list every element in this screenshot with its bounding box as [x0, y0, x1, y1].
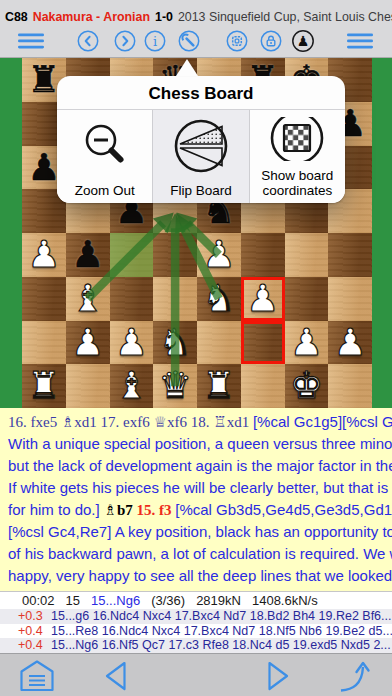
piece-white-pawn-a4[interactable]: ♟ [22, 233, 66, 277]
branch-jump-icon[interactable] [335, 657, 373, 695]
board-area: ♜♛♜♚♝♝♟♟♟♟♟♞♟♞♟♟♟♝♞♟♟♟♞♟♟♜♝♛♜♚ Chess Boa… [0, 58, 392, 408]
annotation-text: If white gets his pieces he will be clea… [8, 479, 392, 496]
game-move[interactable]: ♗b7 [100, 502, 137, 518]
piece-white-pawn-e4[interactable]: ♟ [197, 233, 241, 277]
piece-white-king-g1[interactable]: ♚ [285, 364, 329, 408]
annotation-text: but the lack of development again is the… [8, 457, 392, 474]
annotation-text: A key position, black has an opportunity… [111, 523, 392, 540]
engine-moves: 15...Re8 16.Ndc4 Nxc4 17.Bxc4 Nd7 18.Nf5… [51, 624, 392, 638]
piece-white-bishop-b3[interactable]: ♝ [66, 277, 110, 321]
notation-line-9: the commentary; with no computer, were t… [8, 587, 388, 591]
side-to-move-pawn-icon[interactable]: ♟ [292, 30, 315, 53]
annotation-text: for him to do.] [8, 501, 100, 518]
square-d3[interactable] [153, 277, 197, 321]
show-coordinates-button[interactable]: Show board coordinates [249, 110, 345, 203]
engine-nodes: 2819kN [196, 593, 241, 608]
result-label: 1-0 [155, 10, 173, 24]
previous-move-icon[interactable] [100, 659, 134, 693]
menu-icon[interactable] [17, 31, 45, 51]
engine-line-3[interactable]: +0.415...Ng6 16.Nf5 Qc7 17.c3 Rfe8 18.Nc… [0, 638, 392, 653]
players-label: Nakamura - Aronian [33, 10, 150, 24]
annotation-text: With a unique special position, a queen … [8, 435, 392, 452]
next-icon[interactable] [114, 30, 136, 52]
zoom-out-icon [77, 110, 133, 183]
engine-speed: 1408.6kN/s [252, 593, 318, 608]
square-f1[interactable] [241, 364, 285, 408]
piece-white-rook-e1[interactable]: ♜ [197, 364, 241, 408]
annotation-text: [%cal Gc1g5][%csl Gf3] [253, 413, 392, 430]
piece-white-bishop-c1[interactable]: ♝ [110, 364, 154, 408]
engine-line-1[interactable]: +0.315...g6 16.Ndc4 Nxc4 17.Bxc4 Nd7 18.… [0, 609, 392, 624]
menu-right-icon[interactable] [346, 31, 374, 51]
top-toolbar: i ♟ [0, 25, 392, 58]
engine-panel: 00:02 15 15...Ng6 (3/36) 2819kN 1408.6kN… [0, 591, 392, 653]
notation-pane[interactable]: 16. fxe5 ♗xd1 17. exf6 ♕xf6 18. ♖xd1 [%c… [0, 408, 392, 591]
game-list-icon[interactable] [18, 658, 56, 694]
green-highlight-c4 [110, 233, 154, 277]
engine-line-2[interactable]: +0.415...Re8 16.Ndc4 Nxc4 17.Bxc4 Nd7 18… [0, 624, 392, 639]
square-h3[interactable] [328, 277, 372, 321]
piece-white-pawn-g2[interactable]: ♟ [285, 321, 329, 365]
piece-white-queen-d1[interactable]: ♛ [153, 364, 197, 408]
piece-white-knight-d2[interactable]: ♞ [153, 321, 197, 365]
annotation-text: [%csl Gc4,Re7] [8, 523, 111, 540]
engine-depth: 15 [66, 593, 80, 608]
chess-app: C88 Nakamura - Aronian 1-0 2013 Sinquefi… [0, 0, 392, 696]
lock-icon[interactable] [260, 30, 282, 52]
square-b1[interactable] [66, 364, 110, 408]
annotation-text: happy, very happy to see all the deep li… [8, 567, 392, 584]
engine-current-move: 15...Ng6 [91, 593, 140, 608]
piece-white-rook-a1[interactable]: ♜ [22, 364, 66, 408]
board-coordinates-icon [267, 110, 327, 168]
eco-code: C88 [5, 10, 28, 24]
engine-progress: (3/36) [151, 593, 185, 608]
engine-status-row: 00:02 15 15...Ng6 (3/36) 2819kN 1408.6kN… [0, 592, 392, 609]
square-d4[interactable] [153, 233, 197, 277]
info-icon[interactable]: i [144, 30, 166, 52]
flip-board-icon [171, 110, 231, 183]
flip-board-label: Flip Board [155, 183, 247, 198]
piece-white-pawn-c2[interactable]: ♟ [110, 321, 154, 365]
square-h1[interactable] [328, 364, 372, 408]
square-e2[interactable] [197, 321, 241, 365]
square-a2[interactable] [22, 321, 66, 365]
previous-icon[interactable] [77, 30, 99, 52]
popover-title: Chess Board [57, 76, 345, 110]
notation-line-6: [%csl Gc4,Re7] A key position, black has… [8, 521, 388, 543]
notation-line-7: of his backward pawn, a lot of calculati… [8, 543, 388, 565]
title-bar: C88 Nakamura - Aronian 1-0 2013 Sinquefi… [0, 0, 392, 25]
last-move-highlight-f2 [241, 321, 285, 365]
tools-wrench-icon[interactable] [178, 30, 200, 52]
notation-line-1: 16. fxe5 ♗xd1 17. exf6 ♕xf6 18. ♖xd1 [%c… [8, 411, 388, 433]
engine-time: 00:02 [22, 593, 55, 608]
piece-white-pawn-b2[interactable]: ♟ [66, 321, 110, 365]
notation-line-3: but the lack of development again is the… [8, 455, 388, 477]
square-g3[interactable] [285, 277, 329, 321]
annotation-text: the commentary; with no computer, were t… [8, 589, 392, 591]
event-label: 2013 Sinquefield Cup, Saint Louis Chess … [178, 10, 392, 24]
bottom-toolbar [0, 653, 392, 696]
piece-white-pawn-h2[interactable]: ♟ [328, 321, 372, 365]
square-g4[interactable] [285, 233, 329, 277]
zoom-out-button[interactable]: Zoom Out [57, 110, 152, 203]
engine-eval: +0.3 [18, 609, 51, 623]
chess-board-popover: Chess Board Zoom Out [57, 76, 345, 203]
annotation-text[interactable]: 16. fxe5 ♗xd1 17. exf6 ♕xf6 18. ♖xd1 [8, 414, 253, 430]
square-c3[interactable] [110, 277, 154, 321]
annotation-text: of his backward pawn, a lot of calculati… [8, 545, 392, 562]
show-coordinates-label: Show board coordinates [251, 168, 343, 198]
popover-arrow [176, 59, 198, 76]
engine-chip-icon[interactable] [226, 30, 248, 52]
current-move[interactable]: 15. f3 [137, 502, 176, 518]
square-f4[interactable] [241, 233, 285, 277]
piece-white-knight-e3[interactable]: ♞ [197, 277, 241, 321]
svg-text:i: i [153, 34, 157, 49]
zoom-out-label: Zoom Out [59, 183, 151, 198]
square-h4[interactable] [328, 233, 372, 277]
flip-board-button[interactable]: Flip Board [152, 110, 248, 203]
piece-black-pawn-b4[interactable]: ♟ [66, 233, 110, 277]
engine-moves: 15...g6 16.Ndc4 Nxc4 17.Bxc4 Nd7 18.Bd2 … [51, 609, 392, 623]
engine-moves: 15...Ng6 16.Nf5 Qc7 17.c3 Rfe8 18.Nc4 d5… [51, 638, 391, 652]
square-a3[interactable] [22, 277, 66, 321]
annotation-text: [%cal Gb3d5,Ge4d5,Ge3d5,Gd1d5] [175, 501, 392, 518]
square-f2[interactable] [241, 321, 285, 365]
next-move-icon[interactable] [260, 659, 294, 693]
engine-eval: +0.4 [18, 638, 51, 652]
svg-text:♟: ♟ [297, 33, 310, 49]
square-c4[interactable] [110, 233, 154, 277]
notation-line-2: With a unique special position, a queen … [8, 433, 388, 455]
notation-line-4: If white gets his pieces he will be clea… [8, 477, 388, 499]
piece-white-pawn-f3[interactable]: ♟ [241, 277, 285, 321]
notation-line-8: happy, very happy to see all the deep li… [8, 565, 388, 587]
engine-eval: +0.4 [18, 624, 51, 638]
notation-line-5: for him to do.] ♗b7 15. f3 [%cal Gb3d5,G… [8, 499, 388, 521]
